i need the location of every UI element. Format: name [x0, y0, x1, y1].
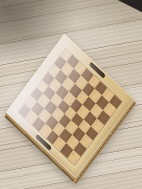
photo-scene [0, 0, 142, 189]
